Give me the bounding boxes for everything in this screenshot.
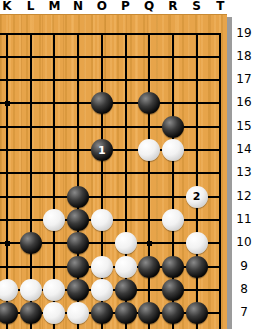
black-stone-R7[interactable] bbox=[162, 302, 184, 324]
black-stone-K7[interactable] bbox=[0, 302, 18, 324]
grid-line-h-17 bbox=[0, 79, 221, 81]
move-number-label: 1 bbox=[98, 144, 106, 157]
column-label-M: M bbox=[48, 0, 60, 13]
white-stone-M8[interactable] bbox=[43, 279, 65, 301]
black-stone-O14[interactable]: 1 bbox=[91, 139, 113, 161]
white-stone-Q14[interactable] bbox=[138, 139, 160, 161]
row-label-13: 13 bbox=[233, 165, 255, 179]
row-label-19: 19 bbox=[233, 26, 255, 40]
white-stone-S12[interactable]: 2 bbox=[186, 186, 208, 208]
white-stone-K8[interactable] bbox=[0, 279, 18, 301]
column-label-S: S bbox=[192, 0, 201, 13]
column-label-L: L bbox=[27, 0, 35, 13]
black-stone-R9[interactable] bbox=[162, 256, 184, 278]
row-label-18: 18 bbox=[233, 49, 255, 63]
column-label-K: K bbox=[2, 0, 11, 13]
black-stone-O7[interactable] bbox=[91, 302, 113, 324]
star-point-K10 bbox=[5, 241, 10, 246]
black-stone-N9[interactable] bbox=[67, 256, 89, 278]
black-stone-L10[interactable] bbox=[20, 232, 42, 254]
black-stone-Q16[interactable] bbox=[138, 92, 160, 114]
black-stone-S7[interactable] bbox=[186, 302, 208, 324]
row-labels: 19181716151413121110987 bbox=[233, 0, 260, 329]
white-stone-R14[interactable] bbox=[162, 139, 184, 161]
black-stone-R15[interactable] bbox=[162, 116, 184, 138]
black-stone-N11[interactable] bbox=[67, 209, 89, 231]
column-labels: KLMNOPQRST bbox=[0, 0, 260, 14]
row-label-16: 16 bbox=[233, 95, 255, 109]
black-stone-Q9[interactable] bbox=[138, 256, 160, 278]
board-edge-shadow bbox=[227, 17, 232, 329]
white-stone-P10[interactable] bbox=[115, 232, 137, 254]
column-label-P: P bbox=[121, 0, 130, 13]
column-label-T: T bbox=[216, 0, 224, 13]
black-stone-N10[interactable] bbox=[67, 232, 89, 254]
white-stone-O9[interactable] bbox=[91, 256, 113, 278]
grid-line-v-T bbox=[219, 33, 221, 329]
row-label-15: 15 bbox=[233, 119, 255, 133]
row-label-11: 11 bbox=[233, 212, 255, 226]
white-stone-N7[interactable] bbox=[67, 302, 89, 324]
grid-line-h-19 bbox=[0, 33, 221, 35]
grid-line-h-18 bbox=[0, 56, 221, 58]
white-stone-M7[interactable] bbox=[43, 302, 65, 324]
row-label-9: 9 bbox=[233, 259, 255, 273]
column-label-R: R bbox=[168, 0, 177, 13]
row-label-17: 17 bbox=[233, 72, 255, 86]
black-stone-R8[interactable] bbox=[162, 279, 184, 301]
grid-line-h-13 bbox=[0, 172, 221, 174]
column-label-Q: Q bbox=[144, 0, 154, 13]
black-stone-N8[interactable] bbox=[67, 279, 89, 301]
white-stone-M11[interactable] bbox=[43, 209, 65, 231]
row-label-12: 12 bbox=[233, 189, 255, 203]
black-stone-N12[interactable] bbox=[67, 186, 89, 208]
grid-line-h-15 bbox=[0, 126, 221, 128]
star-point-Q10 bbox=[147, 241, 152, 246]
white-stone-R11[interactable] bbox=[162, 209, 184, 231]
go-board-panel: KLMNOPQRST 12 19181716151413121110987 bbox=[0, 0, 260, 329]
row-label-7: 7 bbox=[233, 305, 255, 319]
black-stone-Q7[interactable] bbox=[138, 302, 160, 324]
white-stone-S10[interactable] bbox=[186, 232, 208, 254]
white-stone-O11[interactable] bbox=[91, 209, 113, 231]
white-stone-O8[interactable] bbox=[91, 279, 113, 301]
white-stone-P9[interactable] bbox=[115, 256, 137, 278]
star-point-K16 bbox=[5, 101, 10, 106]
black-stone-L7[interactable] bbox=[20, 302, 42, 324]
row-label-14: 14 bbox=[233, 142, 255, 156]
column-label-O: O bbox=[97, 0, 107, 13]
black-stone-P8[interactable] bbox=[115, 279, 137, 301]
white-stone-L8[interactable] bbox=[20, 279, 42, 301]
black-stone-P7[interactable] bbox=[115, 302, 137, 324]
row-label-10: 10 bbox=[233, 235, 255, 249]
go-board[interactable]: 12 bbox=[0, 14, 227, 329]
black-stone-O16[interactable] bbox=[91, 92, 113, 114]
row-label-8: 8 bbox=[233, 282, 255, 296]
column-label-N: N bbox=[73, 0, 83, 13]
black-stone-S9[interactable] bbox=[186, 256, 208, 278]
move-number-label: 2 bbox=[193, 190, 201, 203]
grid-line-v-S bbox=[196, 33, 198, 329]
grid-line-v-Q bbox=[148, 33, 150, 329]
